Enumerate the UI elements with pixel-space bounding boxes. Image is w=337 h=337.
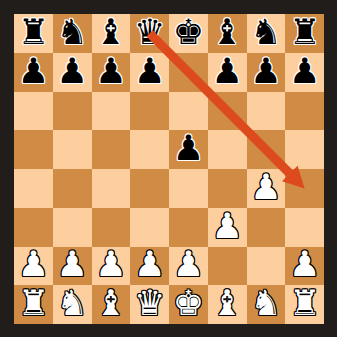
black-bishop-piece[interactable]: ♝ bbox=[95, 15, 126, 50]
square-h4[interactable] bbox=[285, 169, 324, 208]
black-bishop-piece[interactable]: ♝ bbox=[211, 15, 242, 50]
square-f5[interactable] bbox=[208, 130, 247, 169]
square-g6[interactable] bbox=[247, 92, 286, 131]
black-pawn-piece[interactable]: ♟ bbox=[18, 54, 49, 89]
black-pawn-piece[interactable]: ♟ bbox=[134, 54, 165, 89]
square-c2[interactable]: ♟ bbox=[92, 247, 131, 286]
square-g5[interactable] bbox=[247, 130, 286, 169]
white-pawn-piece[interactable]: ♟ bbox=[289, 247, 320, 282]
square-b7[interactable]: ♟ bbox=[53, 53, 92, 92]
square-c7[interactable]: ♟ bbox=[92, 53, 131, 92]
white-rook-piece[interactable]: ♜ bbox=[18, 286, 49, 321]
square-c6[interactable] bbox=[92, 92, 131, 131]
white-queen-piece[interactable]: ♛ bbox=[134, 286, 165, 321]
white-pawn-piece[interactable]: ♟ bbox=[56, 247, 87, 282]
black-rook-piece[interactable]: ♜ bbox=[18, 15, 49, 50]
square-a4[interactable] bbox=[14, 169, 53, 208]
square-c4[interactable] bbox=[92, 169, 131, 208]
board: ♜♞♝♛♚♝♞♜♟♟♟♟♟♟♟♟♟♟♟♟♟♟♟♟♜♞♝♛♚♝♞♜ bbox=[14, 14, 324, 324]
board-frame: ♜♞♝♛♚♝♞♜♟♟♟♟♟♟♟♟♟♟♟♟♟♟♟♟♜♞♝♛♚♝♞♜ bbox=[0, 0, 337, 337]
square-b8[interactable]: ♞ bbox=[53, 14, 92, 53]
square-c8[interactable]: ♝ bbox=[92, 14, 131, 53]
white-pawn-piece[interactable]: ♟ bbox=[250, 170, 281, 205]
black-king-piece[interactable]: ♚ bbox=[173, 15, 204, 50]
square-g3[interactable] bbox=[247, 208, 286, 247]
square-g7[interactable]: ♟ bbox=[247, 53, 286, 92]
square-f7[interactable]: ♟ bbox=[208, 53, 247, 92]
square-d1[interactable]: ♛ bbox=[130, 285, 169, 324]
square-f8[interactable]: ♝ bbox=[208, 14, 247, 53]
square-h7[interactable]: ♟ bbox=[285, 53, 324, 92]
square-a2[interactable]: ♟ bbox=[14, 247, 53, 286]
square-a8[interactable]: ♜ bbox=[14, 14, 53, 53]
black-pawn-piece[interactable]: ♟ bbox=[289, 54, 320, 89]
square-h2[interactable]: ♟ bbox=[285, 247, 324, 286]
black-pawn-piece[interactable]: ♟ bbox=[56, 54, 87, 89]
square-h5[interactable] bbox=[285, 130, 324, 169]
white-bishop-piece[interactable]: ♝ bbox=[211, 286, 242, 321]
square-d8[interactable]: ♛ bbox=[130, 14, 169, 53]
square-b3[interactable] bbox=[53, 208, 92, 247]
square-a5[interactable] bbox=[14, 130, 53, 169]
square-b4[interactable] bbox=[53, 169, 92, 208]
white-pawn-piece[interactable]: ♟ bbox=[134, 247, 165, 282]
square-e4[interactable] bbox=[169, 169, 208, 208]
white-knight-piece[interactable]: ♞ bbox=[250, 286, 281, 321]
square-b1[interactable]: ♞ bbox=[53, 285, 92, 324]
white-knight-piece[interactable]: ♞ bbox=[56, 286, 87, 321]
square-e7[interactable] bbox=[169, 53, 208, 92]
square-d4[interactable] bbox=[130, 169, 169, 208]
white-bishop-piece[interactable]: ♝ bbox=[95, 286, 126, 321]
square-e8[interactable]: ♚ bbox=[169, 14, 208, 53]
square-d6[interactable] bbox=[130, 92, 169, 131]
square-f6[interactable] bbox=[208, 92, 247, 131]
square-a6[interactable] bbox=[14, 92, 53, 131]
square-e2[interactable]: ♟ bbox=[169, 247, 208, 286]
square-b5[interactable] bbox=[53, 130, 92, 169]
square-h1[interactable]: ♜ bbox=[285, 285, 324, 324]
square-d7[interactable]: ♟ bbox=[130, 53, 169, 92]
square-b2[interactable]: ♟ bbox=[53, 247, 92, 286]
white-pawn-piece[interactable]: ♟ bbox=[95, 247, 126, 282]
square-h6[interactable] bbox=[285, 92, 324, 131]
black-pawn-piece[interactable]: ♟ bbox=[211, 54, 242, 89]
white-king-piece[interactable]: ♚ bbox=[173, 286, 204, 321]
square-f2[interactable] bbox=[208, 247, 247, 286]
square-b6[interactable] bbox=[53, 92, 92, 131]
square-g1[interactable]: ♞ bbox=[247, 285, 286, 324]
square-c1[interactable]: ♝ bbox=[92, 285, 131, 324]
black-pawn-piece[interactable]: ♟ bbox=[95, 54, 126, 89]
square-a1[interactable]: ♜ bbox=[14, 285, 53, 324]
square-f1[interactable]: ♝ bbox=[208, 285, 247, 324]
black-pawn-piece[interactable]: ♟ bbox=[250, 54, 281, 89]
square-e5[interactable]: ♟ bbox=[169, 130, 208, 169]
black-knight-piece[interactable]: ♞ bbox=[250, 15, 281, 50]
white-rook-piece[interactable]: ♜ bbox=[289, 286, 320, 321]
black-knight-piece[interactable]: ♞ bbox=[56, 15, 87, 50]
square-e1[interactable]: ♚ bbox=[169, 285, 208, 324]
square-c3[interactable] bbox=[92, 208, 131, 247]
square-h3[interactable] bbox=[285, 208, 324, 247]
white-pawn-piece[interactable]: ♟ bbox=[211, 209, 242, 244]
square-f3[interactable]: ♟ bbox=[208, 208, 247, 247]
black-queen-piece[interactable]: ♛ bbox=[134, 15, 165, 50]
square-a3[interactable] bbox=[14, 208, 53, 247]
square-d3[interactable] bbox=[130, 208, 169, 247]
square-e3[interactable] bbox=[169, 208, 208, 247]
square-g8[interactable]: ♞ bbox=[247, 14, 286, 53]
square-a7[interactable]: ♟ bbox=[14, 53, 53, 92]
black-pawn-piece[interactable]: ♟ bbox=[173, 131, 204, 166]
square-g2[interactable] bbox=[247, 247, 286, 286]
white-pawn-piece[interactable]: ♟ bbox=[173, 247, 204, 282]
square-c5[interactable] bbox=[92, 130, 131, 169]
square-g4[interactable]: ♟ bbox=[247, 169, 286, 208]
square-e6[interactable] bbox=[169, 92, 208, 131]
square-f4[interactable] bbox=[208, 169, 247, 208]
square-d2[interactable]: ♟ bbox=[130, 247, 169, 286]
white-pawn-piece[interactable]: ♟ bbox=[18, 247, 49, 282]
square-d5[interactable] bbox=[130, 130, 169, 169]
square-h8[interactable]: ♜ bbox=[285, 14, 324, 53]
black-rook-piece[interactable]: ♜ bbox=[289, 15, 320, 50]
